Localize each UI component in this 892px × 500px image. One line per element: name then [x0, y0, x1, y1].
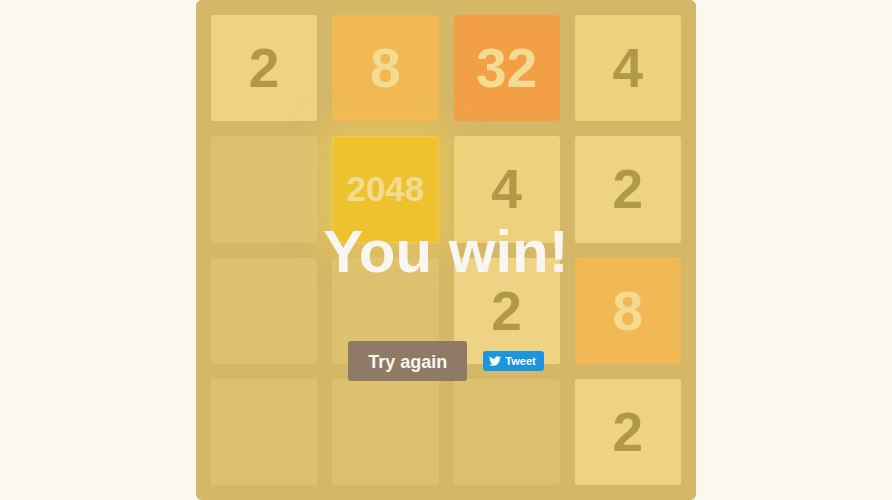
- try-again-button[interactable]: Try again: [348, 341, 467, 381]
- win-overlay: You win! Try again Tweet: [196, 0, 696, 500]
- win-message: You win!: [196, 222, 696, 282]
- tweet-button-label: Tweet: [505, 355, 535, 367]
- page: 28324204842282 You win! Try again Tweet: [0, 0, 892, 500]
- twitter-bird-icon: [489, 355, 501, 367]
- game-board: 28324204842282 You win! Try again Tweet: [196, 0, 696, 500]
- overlay-actions: Try again Tweet: [196, 341, 696, 381]
- tweet-button[interactable]: Tweet: [483, 351, 543, 371]
